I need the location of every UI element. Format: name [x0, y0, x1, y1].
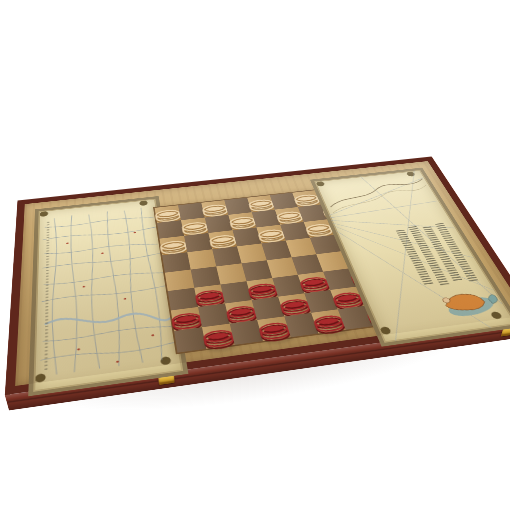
product-photo-scene: ⛂⛂⛂⛂⛂⛂⛂⛂⛂⛂⛂⛂⛂⛂⛂⛂⛂⛂⛂⛂⛂⛂⛂⛂ — [0, 0, 510, 510]
sea-monster-illustration — [440, 290, 506, 320]
